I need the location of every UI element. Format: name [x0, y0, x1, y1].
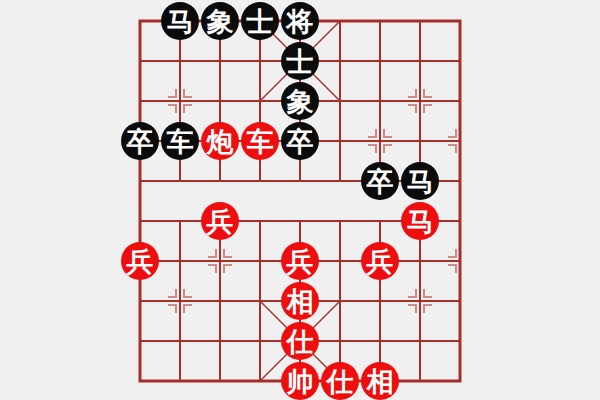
- piece-red-soldier[interactable]: 兵: [361, 242, 399, 280]
- piece-red-soldier[interactable]: 兵: [121, 242, 159, 280]
- piece-black-advisor[interactable]: 士: [241, 2, 279, 40]
- piece-black-horse[interactable]: 马: [401, 162, 439, 200]
- piece-black-soldier[interactable]: 卒: [361, 162, 399, 200]
- piece-red-chariot[interactable]: 车: [241, 122, 279, 160]
- piece-black-chariot[interactable]: 车: [161, 122, 199, 160]
- piece-black-elephant[interactable]: 象: [201, 2, 239, 40]
- piece-red-soldier[interactable]: 兵: [281, 242, 319, 280]
- piece-black-horse[interactable]: 马: [161, 2, 199, 40]
- piece-black-soldier[interactable]: 卒: [121, 122, 159, 160]
- piece-red-advisor[interactable]: 仕: [321, 362, 359, 400]
- piece-red-advisor[interactable]: 仕: [281, 322, 319, 360]
- piece-black-advisor[interactable]: 士: [281, 42, 319, 80]
- piece-black-elephant[interactable]: 象: [281, 82, 319, 120]
- piece-red-elephant[interactable]: 相: [281, 282, 319, 320]
- piece-red-horse[interactable]: 马: [401, 202, 439, 240]
- piece-black-general[interactable]: 将: [281, 2, 319, 40]
- piece-red-cannon[interactable]: 炮: [201, 122, 239, 160]
- piece-red-soldier[interactable]: 兵: [201, 202, 239, 240]
- piece-black-soldier[interactable]: 卒: [281, 122, 319, 160]
- piece-red-general[interactable]: 帅: [281, 362, 319, 400]
- xiangqi-board: 马象士将士象卒车炮车卒卒马兵马兵兵兵相仕帅仕相: [0, 0, 600, 400]
- piece-red-elephant[interactable]: 相: [361, 362, 399, 400]
